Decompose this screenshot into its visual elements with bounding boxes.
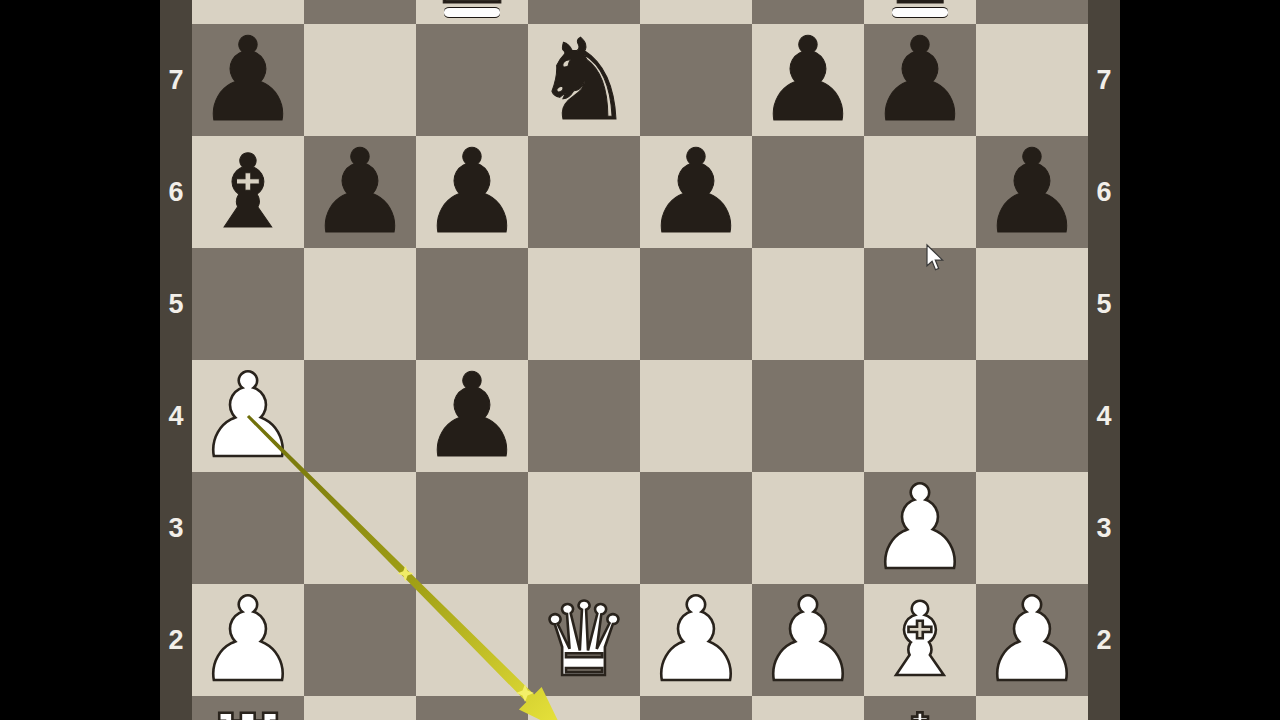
square-b1[interactable] — [304, 696, 416, 720]
square-b6[interactable]: ♟ — [304, 136, 416, 248]
square-e7[interactable] — [640, 24, 752, 136]
square-f5[interactable] — [752, 248, 864, 360]
rank-label-left-3: 3 — [160, 512, 192, 544]
square-g1[interactable]: ♚ — [864, 696, 976, 720]
white-king-icon: ♚ — [874, 696, 965, 720]
square-f7[interactable]: ♟ — [752, 24, 864, 136]
square-a7[interactable]: ♟ — [192, 24, 304, 136]
square-e5[interactable] — [640, 248, 752, 360]
white-rook-icon: ♜ — [202, 696, 293, 720]
piece-base-highlight — [444, 8, 500, 17]
chess-board: ♜♚♟♞♟♟♝♟♟♟♟♟♟♟♟♛♟♟♝♟♜♚ — [192, 0, 1088, 720]
white-pawn-icon: ♟ — [196, 584, 300, 696]
white-pawn-icon: ♟ — [980, 584, 1084, 696]
square-h6[interactable]: ♟ — [976, 136, 1088, 248]
black-pawn-icon: ♟ — [756, 24, 860, 136]
white-queen-icon: ♛ — [538, 584, 629, 696]
square-d2[interactable]: ♛ — [528, 584, 640, 696]
square-h1[interactable] — [976, 696, 1088, 720]
square-c1[interactable] — [416, 696, 528, 720]
square-a2[interactable]: ♟ — [192, 584, 304, 696]
board-frame-left: 765432 — [160, 0, 192, 720]
square-g5[interactable] — [864, 248, 976, 360]
square-a6[interactable]: ♝ — [192, 136, 304, 248]
square-a5[interactable] — [192, 248, 304, 360]
rank-label-right-7: 7 — [1088, 64, 1120, 96]
board-frame-right: 765432 — [1088, 0, 1120, 720]
square-e1[interactable] — [640, 696, 752, 720]
black-knight-icon: ♞ — [534, 24, 634, 136]
white-pawn-icon: ♟ — [868, 472, 972, 584]
square-h4[interactable] — [976, 360, 1088, 472]
square-g6[interactable] — [864, 136, 976, 248]
square-c3[interactable] — [416, 472, 528, 584]
white-bishop-icon: ♝ — [874, 584, 965, 696]
black-pawn-icon: ♟ — [420, 360, 524, 472]
square-e6[interactable]: ♟ — [640, 136, 752, 248]
square-d5[interactable] — [528, 248, 640, 360]
square-b4[interactable] — [304, 360, 416, 472]
square-g2[interactable]: ♝ — [864, 584, 976, 696]
square-a4[interactable]: ♟ — [192, 360, 304, 472]
square-c5[interactable] — [416, 248, 528, 360]
square-f3[interactable] — [752, 472, 864, 584]
square-b7[interactable] — [304, 24, 416, 136]
square-e4[interactable] — [640, 360, 752, 472]
rank-label-left-6: 6 — [160, 176, 192, 208]
square-h7[interactable] — [976, 24, 1088, 136]
rank-label-left-7: 7 — [160, 64, 192, 96]
square-b5[interactable] — [304, 248, 416, 360]
square-c4[interactable]: ♟ — [416, 360, 528, 472]
square-d6[interactable] — [528, 136, 640, 248]
black-pawn-icon: ♟ — [420, 136, 524, 248]
video-frame: 765432 765432 ♜♚♟♞♟♟♝♟♟♟♟♟♟♟♟♛♟♟♝♟♜♚ — [0, 0, 1280, 720]
white-pawn-icon: ♟ — [196, 360, 300, 472]
square-f6[interactable] — [752, 136, 864, 248]
square-a1[interactable]: ♜ — [192, 696, 304, 720]
square-c8[interactable]: ♜ — [416, 0, 528, 24]
square-e2[interactable]: ♟ — [640, 584, 752, 696]
black-pawn-icon: ♟ — [196, 24, 300, 136]
square-d3[interactable] — [528, 472, 640, 584]
rank-label-left-5: 5 — [160, 288, 192, 320]
square-f4[interactable] — [752, 360, 864, 472]
rank-label-right-2: 2 — [1088, 624, 1120, 656]
rank-label-left-2: 2 — [160, 624, 192, 656]
black-pawn-icon: ♟ — [980, 136, 1084, 248]
rank-label-right-3: 3 — [1088, 512, 1120, 544]
square-c2[interactable] — [416, 584, 528, 696]
square-f2[interactable]: ♟ — [752, 584, 864, 696]
square-e8[interactable] — [640, 0, 752, 24]
square-h5[interactable] — [976, 248, 1088, 360]
square-h3[interactable] — [976, 472, 1088, 584]
rank-label-right-4: 4 — [1088, 400, 1120, 432]
black-pawn-icon: ♟ — [868, 24, 972, 136]
square-b2[interactable] — [304, 584, 416, 696]
rank-label-right-6: 6 — [1088, 176, 1120, 208]
rank-label-left-4: 4 — [160, 400, 192, 432]
square-g3[interactable]: ♟ — [864, 472, 976, 584]
square-c6[interactable]: ♟ — [416, 136, 528, 248]
black-bishop-icon: ♝ — [202, 136, 293, 248]
square-h2[interactable]: ♟ — [976, 584, 1088, 696]
rank-label-right-5: 5 — [1088, 288, 1120, 320]
square-f1[interactable] — [752, 696, 864, 720]
white-pawn-icon: ♟ — [644, 584, 748, 696]
white-pawn-icon: ♟ — [756, 584, 860, 696]
square-d4[interactable] — [528, 360, 640, 472]
black-pawn-icon: ♟ — [308, 136, 412, 248]
square-a3[interactable] — [192, 472, 304, 584]
square-c7[interactable] — [416, 24, 528, 136]
square-d7[interactable]: ♞ — [528, 24, 640, 136]
square-b3[interactable] — [304, 472, 416, 584]
square-d1[interactable] — [528, 696, 640, 720]
square-g7[interactable]: ♟ — [864, 24, 976, 136]
square-e3[interactable] — [640, 472, 752, 584]
square-b8[interactable] — [304, 0, 416, 24]
black-pawn-icon: ♟ — [644, 136, 748, 248]
square-h8[interactable] — [976, 0, 1088, 24]
square-g4[interactable] — [864, 360, 976, 472]
